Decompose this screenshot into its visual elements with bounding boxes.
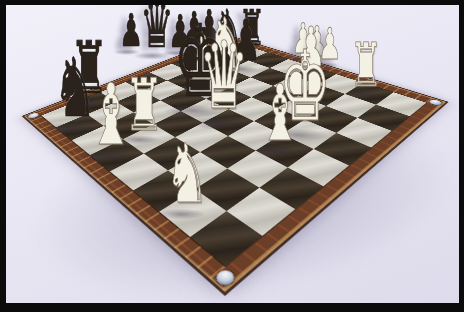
- stage: ♟♜♟♞♟♟♚♚♛♝♜♜♞♝♞♟♛♟♟♟♞♜♟♟♟: [0, 0, 464, 312]
- chess-photo: ♟♜♟♞♟♟♚♚♛♝♜♜♞♝♞♟♛♟♟♟♞♜♟♟♟: [0, 0, 464, 312]
- corner-inlay-right: [428, 99, 443, 106]
- corner-inlay-left: [26, 112, 40, 119]
